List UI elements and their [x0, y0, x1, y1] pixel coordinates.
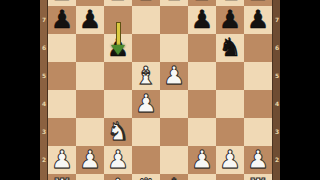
white-pawn[interactable]: ♟ — [51, 146, 73, 174]
square-a2[interactable]: ♟ — [48, 146, 76, 174]
rank-label-4: 4 — [40, 90, 48, 118]
white-pawn[interactable]: ♟ — [135, 90, 157, 118]
square-c6[interactable]: ♟ — [104, 34, 132, 62]
black-pawn[interactable]: ♟ — [79, 6, 101, 34]
square-h1[interactable]: ♜ — [244, 174, 272, 180]
white-pawn[interactable]: ♟ — [219, 146, 241, 174]
square-b7[interactable]: ♟ — [76, 6, 104, 34]
square-c1[interactable]: ♝ — [104, 174, 132, 180]
square-a4[interactable] — [48, 90, 76, 118]
square-f5[interactable] — [188, 62, 216, 90]
square-g6[interactable]: ♞ — [216, 34, 244, 62]
square-b2[interactable]: ♟ — [76, 146, 104, 174]
black-knight[interactable]: ♞ — [219, 34, 241, 62]
square-e2[interactable] — [160, 146, 188, 174]
square-f4[interactable] — [188, 90, 216, 118]
white-pawn[interactable]: ♟ — [107, 146, 129, 174]
square-b3[interactable] — [76, 118, 104, 146]
square-e5[interactable]: ♟ — [160, 62, 188, 90]
white-pawn[interactable]: ♟ — [191, 146, 213, 174]
square-f6[interactable] — [188, 34, 216, 62]
white-rook[interactable]: ♜ — [51, 174, 73, 180]
square-a7[interactable]: ♟ — [48, 6, 76, 34]
rank-label-5: 5 — [40, 62, 48, 90]
square-g2[interactable]: ♟ — [216, 146, 244, 174]
black-pawn[interactable]: ♟ — [191, 6, 213, 34]
black-pawn[interactable]: ♟ — [51, 6, 73, 34]
square-g5[interactable] — [216, 62, 244, 90]
rank-label-7: 7 — [273, 6, 280, 34]
rank-label-7: 7 — [40, 6, 48, 34]
square-h7[interactable]: ♟ — [244, 6, 272, 34]
square-d2[interactable] — [132, 146, 160, 174]
square-e6[interactable] — [160, 34, 188, 62]
black-pawn[interactable]: ♟ — [107, 34, 129, 62]
square-e7[interactable] — [160, 6, 188, 34]
square-c5[interactable] — [104, 62, 132, 90]
square-h2[interactable]: ♟ — [244, 146, 272, 174]
rank-labels-left: 87654321 — [40, 0, 48, 180]
white-knight[interactable]: ♞ — [107, 118, 129, 146]
square-h3[interactable] — [244, 118, 272, 146]
rank-label-1: 1 — [40, 174, 48, 180]
rank-labels-right: 87654321 — [272, 0, 280, 180]
chessboard-stage: 87654321 ♜♝♛♚♝♞♜♟♟♟♟♟♟♞♝♟♟♞♟♟♟♟♟♟♜♝♛♚♜ 8… — [40, 0, 280, 180]
white-king[interactable]: ♚ — [163, 174, 185, 180]
white-bishop[interactable]: ♝ — [135, 62, 157, 90]
rank-label-3: 3 — [40, 118, 48, 146]
white-rook[interactable]: ♜ — [247, 174, 269, 180]
chessboard: 87654321 ♜♝♛♚♝♞♜♟♟♟♟♟♟♞♝♟♟♞♟♟♟♟♟♟♜♝♛♚♜ 8… — [40, 0, 280, 180]
square-b6[interactable] — [76, 34, 104, 62]
white-pawn[interactable]: ♟ — [247, 146, 269, 174]
white-bishop[interactable]: ♝ — [107, 174, 129, 180]
rank-label-5: 5 — [273, 62, 280, 90]
square-c3[interactable]: ♞ — [104, 118, 132, 146]
square-d5[interactable]: ♝ — [132, 62, 160, 90]
square-h6[interactable] — [244, 34, 272, 62]
square-g3[interactable] — [216, 118, 244, 146]
square-d4[interactable]: ♟ — [132, 90, 160, 118]
board-grid: ♜♝♛♚♝♞♜♟♟♟♟♟♟♞♝♟♟♞♟♟♟♟♟♟♜♝♛♚♜ — [48, 0, 272, 180]
square-e4[interactable] — [160, 90, 188, 118]
white-pawn[interactable]: ♟ — [79, 146, 101, 174]
square-c7[interactable] — [104, 6, 132, 34]
square-f3[interactable] — [188, 118, 216, 146]
rank-label-2: 2 — [273, 146, 280, 174]
square-b4[interactable] — [76, 90, 104, 118]
white-pawn[interactable]: ♟ — [163, 62, 185, 90]
square-f7[interactable]: ♟ — [188, 6, 216, 34]
black-pawn[interactable]: ♟ — [219, 6, 241, 34]
white-queen[interactable]: ♛ — [135, 174, 157, 180]
square-h4[interactable] — [244, 90, 272, 118]
rank-label-6: 6 — [40, 34, 48, 62]
square-c4[interactable] — [104, 90, 132, 118]
square-f2[interactable]: ♟ — [188, 146, 216, 174]
square-e1[interactable]: ♚ — [160, 174, 188, 180]
square-g7[interactable]: ♟ — [216, 6, 244, 34]
square-e3[interactable] — [160, 118, 188, 146]
square-a6[interactable] — [48, 34, 76, 62]
square-a5[interactable] — [48, 62, 76, 90]
black-pawn[interactable]: ♟ — [247, 6, 269, 34]
square-a3[interactable] — [48, 118, 76, 146]
rank-label-1: 1 — [273, 174, 280, 180]
square-a1[interactable]: ♜ — [48, 174, 76, 180]
square-f1[interactable] — [188, 174, 216, 180]
square-g4[interactable] — [216, 90, 244, 118]
square-g1[interactable] — [216, 174, 244, 180]
square-d7[interactable] — [132, 6, 160, 34]
square-d3[interactable] — [132, 118, 160, 146]
rank-label-6: 6 — [273, 34, 280, 62]
square-b1[interactable] — [76, 174, 104, 180]
square-h5[interactable] — [244, 62, 272, 90]
rank-label-3: 3 — [273, 118, 280, 146]
square-d1[interactable]: ♛ — [132, 174, 160, 180]
square-d6[interactable] — [132, 34, 160, 62]
square-b5[interactable] — [76, 62, 104, 90]
rank-label-4: 4 — [273, 90, 280, 118]
square-c2[interactable]: ♟ — [104, 146, 132, 174]
rank-label-2: 2 — [40, 146, 48, 174]
